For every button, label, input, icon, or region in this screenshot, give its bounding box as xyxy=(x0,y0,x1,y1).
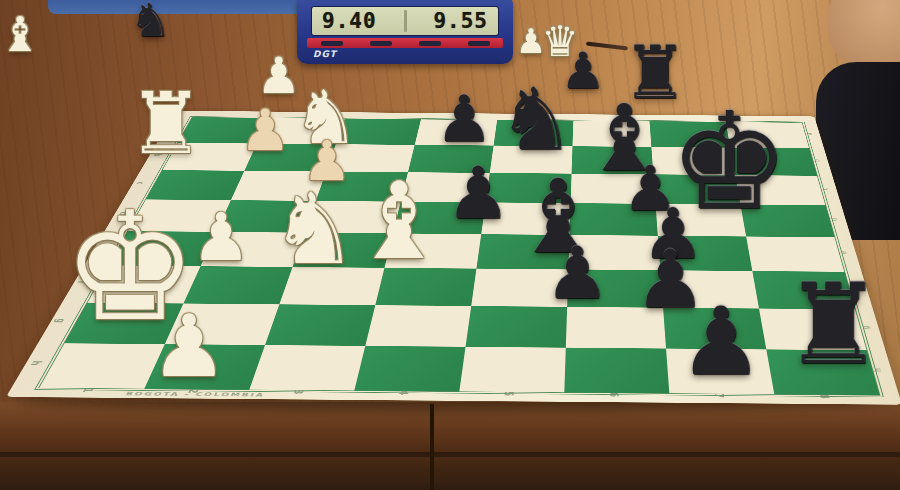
square-f2 xyxy=(183,266,292,304)
square-d4 xyxy=(393,202,486,235)
square-c7 xyxy=(653,174,740,204)
square-g1 xyxy=(65,303,184,345)
rank-label-1: 1 xyxy=(80,388,97,393)
square-e5 xyxy=(476,234,569,269)
file-label-right-c: c xyxy=(819,188,830,190)
file-label-right-f: f xyxy=(847,287,859,289)
lcd-divider xyxy=(404,10,407,32)
square-h1 xyxy=(39,343,164,388)
table-edge-groove xyxy=(0,452,900,457)
square-a4 xyxy=(415,119,497,145)
square-g5 xyxy=(466,306,568,348)
square-b3 xyxy=(326,144,415,172)
square-f6 xyxy=(567,269,663,307)
square-e1 xyxy=(109,231,217,266)
square-h3 xyxy=(249,345,365,390)
square-d6 xyxy=(570,203,658,236)
square-c1 xyxy=(146,170,244,200)
square-f8 xyxy=(752,271,855,309)
white-time-display: 9.40 xyxy=(322,9,377,33)
square-a8 xyxy=(726,122,809,148)
square-a7 xyxy=(650,121,731,147)
square-c3 xyxy=(316,172,408,202)
rank-label-8: 8 xyxy=(817,394,833,399)
square-d3 xyxy=(305,201,401,234)
rank-label-7: 7 xyxy=(712,393,727,398)
square-e8 xyxy=(746,236,844,271)
square-d2 xyxy=(216,200,315,232)
player-clothing-left xyxy=(48,0,320,14)
table-front-edge xyxy=(0,402,900,490)
file-label-left-b: b xyxy=(151,154,164,157)
square-b2 xyxy=(244,143,335,171)
square-c6 xyxy=(571,174,656,204)
square-b7 xyxy=(651,147,735,175)
square-g7 xyxy=(663,308,766,350)
square-c4 xyxy=(401,172,490,202)
square-f3 xyxy=(279,267,384,305)
square-a5 xyxy=(494,120,574,146)
square-b6 xyxy=(572,146,654,174)
square-g3 xyxy=(265,304,375,346)
square-h5 xyxy=(459,347,565,393)
square-h2 xyxy=(144,344,265,389)
square-h8 xyxy=(766,349,879,395)
square-d7 xyxy=(656,204,747,237)
square-e2 xyxy=(201,232,305,267)
file-label-left-h: h xyxy=(28,361,45,366)
square-h6 xyxy=(564,348,669,394)
table-seam xyxy=(430,404,434,490)
square-e6 xyxy=(568,235,660,270)
square-a6 xyxy=(572,121,651,147)
square-b5 xyxy=(490,146,573,174)
square-a1 xyxy=(178,117,269,143)
file-label-left-g: g xyxy=(53,319,69,323)
square-a2 xyxy=(257,118,345,144)
square-c5 xyxy=(486,173,572,203)
rank-label-5: 5 xyxy=(502,391,517,396)
clock-button xyxy=(370,41,392,46)
square-e7 xyxy=(658,236,752,271)
square-f5 xyxy=(471,269,568,307)
square-e3 xyxy=(293,233,393,268)
rank-label-2: 2 xyxy=(185,389,202,394)
chess-clock: 9.40 9.55 DGT xyxy=(297,0,513,64)
square-b4 xyxy=(408,145,494,173)
square-g8 xyxy=(759,309,867,351)
clock-button xyxy=(321,41,343,46)
file-label-left-f: f xyxy=(75,281,90,283)
rank-label-4: 4 xyxy=(396,390,412,395)
square-c8 xyxy=(735,175,825,205)
rank-label-3: 3 xyxy=(291,389,307,394)
square-c2 xyxy=(231,171,326,201)
file-label-left-d: d xyxy=(117,212,131,215)
square-h7 xyxy=(666,349,774,395)
square-f7 xyxy=(660,270,759,308)
black-time-display: 9.55 xyxy=(433,9,488,33)
square-b8 xyxy=(730,148,817,176)
file-label-right-h: h xyxy=(871,368,885,372)
clock-button xyxy=(468,41,490,46)
file-label-right-e: e xyxy=(838,251,850,254)
square-f4 xyxy=(375,268,476,306)
file-label-left-a: a xyxy=(167,128,179,131)
clock-button-band xyxy=(307,38,503,48)
square-d5 xyxy=(481,202,570,235)
square-g6 xyxy=(566,307,666,349)
clock-lcd-display: 9.40 9.55 xyxy=(311,6,499,36)
square-g2 xyxy=(165,304,280,346)
file-label-left-e: e xyxy=(97,245,112,248)
file-label-right-a: a xyxy=(804,133,814,135)
spectator-arm xyxy=(828,0,900,66)
square-f1 xyxy=(88,265,201,303)
clock-button xyxy=(419,41,441,46)
file-label-right-g: g xyxy=(859,326,872,330)
clock-brand-logo: DGT xyxy=(313,49,337,59)
chess-board xyxy=(34,116,884,397)
square-h4 xyxy=(354,346,465,392)
square-d8 xyxy=(740,205,834,238)
rank-label-6: 6 xyxy=(607,392,622,397)
square-b1 xyxy=(163,143,257,171)
square-a3 xyxy=(336,119,421,145)
file-label-right-d: d xyxy=(829,218,840,221)
square-e4 xyxy=(384,233,481,268)
square-d1 xyxy=(128,199,231,231)
square-g4 xyxy=(365,305,471,347)
file-label-left-c: c xyxy=(134,182,147,185)
file-label-right-b: b xyxy=(812,159,823,161)
